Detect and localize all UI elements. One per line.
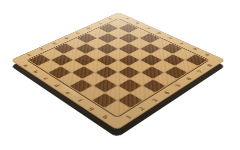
board-grid	[26, 18, 210, 118]
chess-board: abcdefgh abcdefgh 87654321 87654321	[11, 12, 226, 130]
chessboard-scene: abcdefgh abcdefgh 87654321 87654321	[0, 0, 240, 150]
